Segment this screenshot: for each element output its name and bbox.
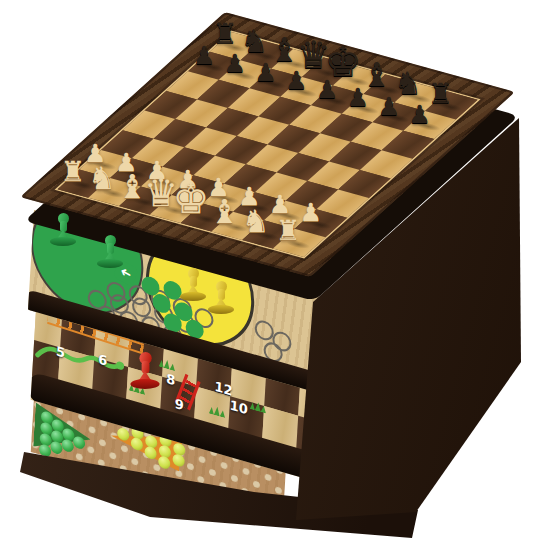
piece-white-knight[interactable]: ♞: [88, 163, 116, 194]
piece-black-rook[interactable]: ♜: [212, 20, 237, 48]
ludo-track-ring: [254, 318, 274, 342]
piece-black-pawn[interactable]: ♟: [316, 77, 338, 102]
snakes-number: 8: [166, 372, 176, 388]
snakes-number: 5: [56, 344, 66, 360]
ludo-pawn-green-2[interactable]: [97, 235, 123, 268]
ludo-pawn-yellow-2[interactable]: [208, 281, 234, 314]
piece-white-king[interactable]: ♚: [172, 179, 209, 220]
piece-white-rook[interactable]: ♜: [275, 217, 300, 245]
product-photo-scene: 5 6 8 9 12 10 ➜ ♜♞♝♛♚♝♞♜♟♟♟♟♟♟♟♟♟♟♟♟♟♟♟♟…: [0, 0, 560, 560]
piece-black-pawn[interactable]: ♟: [346, 85, 368, 110]
piece-white-bishop[interactable]: ♝: [117, 170, 147, 203]
ludo-pawn-yellow-1[interactable]: [180, 268, 206, 301]
piece-black-pawn[interactable]: ♟: [193, 43, 215, 68]
piece-black-pawn[interactable]: ♟: [254, 60, 276, 85]
piece-black-pawn[interactable]: ♟: [408, 102, 430, 127]
piece-white-pawn[interactable]: ♟: [299, 200, 321, 225]
piece-white-knight[interactable]: ♞: [242, 205, 270, 236]
snakes-pawn-red[interactable]: [130, 352, 159, 389]
piece-white-rook[interactable]: ♜: [60, 158, 85, 186]
piece-white-bishop[interactable]: ♝: [210, 195, 240, 228]
piece-black-pawn[interactable]: ♟: [223, 51, 245, 76]
piece-black-pawn[interactable]: ♟: [285, 68, 307, 93]
piece-black-pawn[interactable]: ♟: [377, 93, 399, 118]
piece-black-rook[interactable]: ♜: [427, 79, 452, 107]
snakes-number: 9: [174, 397, 184, 413]
piece-white-pawn[interactable]: ♟: [269, 192, 291, 217]
snakes-number: 6: [98, 352, 108, 368]
ludo-pawn-green-1[interactable]: [50, 213, 76, 246]
